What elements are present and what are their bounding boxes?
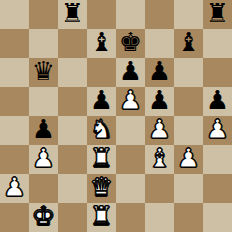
square-a5[interactable] — [0, 87, 29, 116]
square-b7[interactable] — [29, 29, 58, 58]
square-b4[interactable]: ♟ — [29, 116, 58, 145]
square-g6[interactable] — [174, 58, 203, 87]
black-bishop: ♝ — [177, 29, 200, 57]
black-king: ♚ — [119, 29, 142, 57]
square-g5[interactable] — [174, 87, 203, 116]
square-f7[interactable] — [145, 29, 174, 58]
square-h7[interactable] — [203, 29, 232, 58]
square-c2[interactable] — [58, 174, 87, 203]
square-a7[interactable] — [0, 29, 29, 58]
black-queen: ♛ — [32, 58, 55, 86]
square-e1[interactable] — [116, 203, 145, 232]
black-pawn: ♟ — [90, 87, 113, 115]
square-a1[interactable] — [0, 203, 29, 232]
square-c4[interactable] — [58, 116, 87, 145]
square-f3[interactable]: ♝ — [145, 145, 174, 174]
square-d4[interactable]: ♞ — [87, 116, 116, 145]
square-g1[interactable] — [174, 203, 203, 232]
black-pawn: ♟ — [206, 87, 229, 115]
square-b8[interactable] — [29, 0, 58, 29]
square-d2[interactable]: ♛ — [87, 174, 116, 203]
square-h1[interactable] — [203, 203, 232, 232]
black-pawn: ♟ — [148, 58, 171, 86]
square-h2[interactable] — [203, 174, 232, 203]
white-bishop: ♝ — [148, 145, 171, 173]
square-d1[interactable]: ♜ — [87, 203, 116, 232]
black-bishop: ♝ — [90, 29, 113, 57]
square-a6[interactable] — [0, 58, 29, 87]
square-b5[interactable] — [29, 87, 58, 116]
square-a8[interactable] — [0, 0, 29, 29]
white-pawn: ♟ — [32, 145, 55, 173]
black-rook: ♜ — [206, 0, 229, 28]
square-d3[interactable]: ♜ — [87, 145, 116, 174]
square-a4[interactable] — [0, 116, 29, 145]
square-b3[interactable]: ♟ — [29, 145, 58, 174]
square-c5[interactable] — [58, 87, 87, 116]
black-pawn: ♟ — [119, 58, 142, 86]
white-king: ♚ — [32, 203, 55, 231]
square-d5[interactable]: ♟ — [87, 87, 116, 116]
square-c8[interactable]: ♜ — [58, 0, 87, 29]
square-g2[interactable] — [174, 174, 203, 203]
square-b6[interactable]: ♛ — [29, 58, 58, 87]
white-knight: ♞ — [90, 116, 113, 144]
square-c6[interactable] — [58, 58, 87, 87]
square-f6[interactable]: ♟ — [145, 58, 174, 87]
white-rook: ♜ — [90, 145, 113, 173]
square-f1[interactable] — [145, 203, 174, 232]
white-queen: ♛ — [90, 174, 113, 202]
square-e5[interactable]: ♟ — [116, 87, 145, 116]
white-pawn: ♟ — [148, 116, 171, 144]
square-e6[interactable]: ♟ — [116, 58, 145, 87]
white-pawn: ♟ — [177, 145, 200, 173]
square-f8[interactable] — [145, 0, 174, 29]
square-d8[interactable] — [87, 0, 116, 29]
square-g4[interactable] — [174, 116, 203, 145]
square-f2[interactable] — [145, 174, 174, 203]
white-pawn: ♟ — [3, 174, 26, 202]
square-e7[interactable]: ♚ — [116, 29, 145, 58]
black-rook: ♜ — [61, 0, 84, 28]
white-rook: ♜ — [90, 203, 113, 231]
square-d6[interactable] — [87, 58, 116, 87]
square-g8[interactable] — [174, 0, 203, 29]
square-e3[interactable] — [116, 145, 145, 174]
square-b1[interactable]: ♚ — [29, 203, 58, 232]
square-a2[interactable]: ♟ — [0, 174, 29, 203]
square-f4[interactable]: ♟ — [145, 116, 174, 145]
chess-board: ♜♜♝♚♝♛♟♟♟♟♟♟♟♞♟♟♟♜♝♟♟♛♚♜ — [0, 0, 232, 232]
square-g7[interactable]: ♝ — [174, 29, 203, 58]
square-e8[interactable] — [116, 0, 145, 29]
square-h8[interactable]: ♜ — [203, 0, 232, 29]
square-h3[interactable] — [203, 145, 232, 174]
square-a3[interactable] — [0, 145, 29, 174]
square-h6[interactable] — [203, 58, 232, 87]
square-c3[interactable] — [58, 145, 87, 174]
square-e4[interactable] — [116, 116, 145, 145]
square-b2[interactable] — [29, 174, 58, 203]
square-c7[interactable] — [58, 29, 87, 58]
white-pawn: ♟ — [119, 87, 142, 115]
square-c1[interactable] — [58, 203, 87, 232]
square-h5[interactable]: ♟ — [203, 87, 232, 116]
square-f5[interactable]: ♟ — [145, 87, 174, 116]
black-pawn: ♟ — [32, 116, 55, 144]
square-d7[interactable]: ♝ — [87, 29, 116, 58]
square-g3[interactable]: ♟ — [174, 145, 203, 174]
black-pawn: ♟ — [148, 87, 171, 115]
square-h4[interactable]: ♟ — [203, 116, 232, 145]
white-pawn: ♟ — [206, 116, 229, 144]
square-e2[interactable] — [116, 174, 145, 203]
